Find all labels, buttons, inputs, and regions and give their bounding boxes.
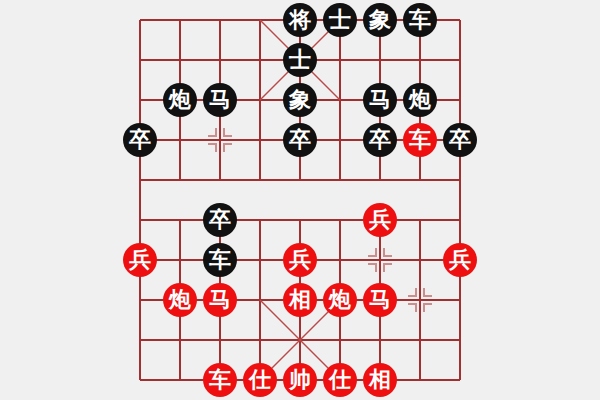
board-point-7-6[interactable]: [400, 240, 440, 280]
board-point-5-1[interactable]: [320, 40, 360, 80]
piece-red-advisor[interactable]: 仕: [323, 363, 357, 397]
board-point-8-4[interactable]: [440, 160, 480, 200]
board-point-6-0[interactable]: 象: [360, 0, 400, 40]
piece-black-chariot[interactable]: 车: [403, 3, 437, 37]
board-point-4-4[interactable]: [280, 160, 320, 200]
board-point-1-2[interactable]: 炮: [160, 80, 200, 120]
board-point-1-1[interactable]: [160, 40, 200, 80]
piece-black-king[interactable]: 将: [283, 3, 317, 37]
piece-red-king[interactable]: 帅: [283, 363, 317, 397]
board-point-3-0[interactable]: [240, 0, 280, 40]
board-point-3-9[interactable]: 仕: [240, 360, 280, 400]
board-point-2-5[interactable]: 卒: [200, 200, 240, 240]
board-point-1-8[interactable]: [160, 320, 200, 360]
board-point-8-1[interactable]: [440, 40, 480, 80]
board-point-2-7[interactable]: 马: [200, 280, 240, 320]
board-point-0-9[interactable]: [120, 360, 160, 400]
piece-red-cannon[interactable]: 炮: [323, 283, 357, 317]
piece-black-horse[interactable]: 马: [203, 83, 237, 117]
board-point-5-5[interactable]: [320, 200, 360, 240]
board-point-1-4[interactable]: [160, 160, 200, 200]
board-point-3-2[interactable]: [240, 80, 280, 120]
board-point-3-3[interactable]: [240, 120, 280, 160]
piece-red-chariot[interactable]: 车: [403, 123, 437, 157]
board-point-4-0[interactable]: 将: [280, 0, 320, 40]
board-point-1-0[interactable]: [160, 0, 200, 40]
board-point-8-6[interactable]: 兵: [440, 240, 480, 280]
board-point-5-0[interactable]: 士: [320, 0, 360, 40]
board-point-6-8[interactable]: [360, 320, 400, 360]
board-point-1-9[interactable]: [160, 360, 200, 400]
board-point-2-6[interactable]: 车: [200, 240, 240, 280]
board-point-8-2[interactable]: [440, 80, 480, 120]
board-point-7-7[interactable]: [400, 280, 440, 320]
board-point-6-6[interactable]: [360, 240, 400, 280]
board-point-5-2[interactable]: [320, 80, 360, 120]
board-point-7-3[interactable]: 车: [400, 120, 440, 160]
piece-red-advisor[interactable]: 仕: [243, 363, 277, 397]
piece-black-cannon[interactable]: 炮: [403, 83, 437, 117]
board-point-0-6[interactable]: 兵: [120, 240, 160, 280]
board-point-2-8[interactable]: [200, 320, 240, 360]
piece-black-advisor[interactable]: 士: [283, 43, 317, 77]
board-point-8-8[interactable]: [440, 320, 480, 360]
board-point-8-0[interactable]: [440, 0, 480, 40]
board-point-6-2[interactable]: 马: [360, 80, 400, 120]
piece-red-horse[interactable]: 马: [203, 283, 237, 317]
piece-black-chariot[interactable]: 车: [203, 243, 237, 277]
piece-red-pawn[interactable]: 兵: [363, 203, 397, 237]
board-point-3-1[interactable]: [240, 40, 280, 80]
board-point-2-4[interactable]: [200, 160, 240, 200]
piece-red-cannon[interactable]: 炮: [163, 283, 197, 317]
board-point-2-9[interactable]: 车: [200, 360, 240, 400]
board-point-3-8[interactable]: [240, 320, 280, 360]
piece-black-advisor[interactable]: 士: [323, 3, 357, 37]
board-point-3-5[interactable]: [240, 200, 280, 240]
board-point-6-9[interactable]: 相: [360, 360, 400, 400]
piece-black-horse[interactable]: 马: [363, 83, 397, 117]
board-point-2-2[interactable]: 马: [200, 80, 240, 120]
board-point-1-5[interactable]: [160, 200, 200, 240]
piece-red-pawn[interactable]: 兵: [123, 243, 157, 277]
board-point-2-0[interactable]: [200, 0, 240, 40]
piece-black-pawn[interactable]: 卒: [283, 123, 317, 157]
board-point-4-9[interactable]: 帅: [280, 360, 320, 400]
piece-red-pawn[interactable]: 兵: [283, 243, 317, 277]
board-point-7-5[interactable]: [400, 200, 440, 240]
board-point-5-4[interactable]: [320, 160, 360, 200]
board-point-6-7[interactable]: 马: [360, 280, 400, 320]
board-point-8-7[interactable]: [440, 280, 480, 320]
piece-black-elephant[interactable]: 象: [283, 83, 317, 117]
board-point-0-2[interactable]: [120, 80, 160, 120]
board-point-5-8[interactable]: [320, 320, 360, 360]
piece-red-horse[interactable]: 马: [363, 283, 397, 317]
piece-red-chariot[interactable]: 车: [203, 363, 237, 397]
board-point-0-1[interactable]: [120, 40, 160, 80]
piece-black-elephant[interactable]: 象: [363, 3, 397, 37]
board-point-2-3[interactable]: [200, 120, 240, 160]
board-point-7-2[interactable]: 炮: [400, 80, 440, 120]
board-point-6-5[interactable]: 兵: [360, 200, 400, 240]
board-point-4-3[interactable]: 卒: [280, 120, 320, 160]
board-point-5-3[interactable]: [320, 120, 360, 160]
board-point-6-4[interactable]: [360, 160, 400, 200]
board-point-5-7[interactable]: 炮: [320, 280, 360, 320]
board-point-7-0[interactable]: 车: [400, 0, 440, 40]
board-point-6-1[interactable]: [360, 40, 400, 80]
piece-black-pawn[interactable]: 卒: [443, 123, 477, 157]
piece-black-pawn[interactable]: 卒: [363, 123, 397, 157]
board-point-0-7[interactable]: [120, 280, 160, 320]
board-point-5-9[interactable]: 仕: [320, 360, 360, 400]
board-point-1-7[interactable]: 炮: [160, 280, 200, 320]
board-point-8-9[interactable]: [440, 360, 480, 400]
board-point-3-6[interactable]: [240, 240, 280, 280]
board-point-0-4[interactable]: [120, 160, 160, 200]
piece-red-pawn[interactable]: 兵: [443, 243, 477, 277]
board-point-4-1[interactable]: 士: [280, 40, 320, 80]
xiangqi-board: 将士象车士炮马象马炮卒卒卒车卒卒兵兵车兵兵炮马相炮马车仕帅仕相: [120, 0, 480, 400]
board-point-0-8[interactable]: [120, 320, 160, 360]
piece-black-pawn[interactable]: 卒: [123, 123, 157, 157]
board-point-3-4[interactable]: [240, 160, 280, 200]
board-point-0-3[interactable]: 卒: [120, 120, 160, 160]
board-point-0-5[interactable]: [120, 200, 160, 240]
board-point-0-0[interactable]: [120, 0, 160, 40]
board-point-7-8[interactable]: [400, 320, 440, 360]
board-point-1-3[interactable]: [160, 120, 200, 160]
board-point-7-4[interactable]: [400, 160, 440, 200]
board-point-6-3[interactable]: 卒: [360, 120, 400, 160]
xiangqi-board-screenshot: 将士象车士炮马象马炮卒卒卒车卒卒兵兵车兵兵炮马相炮马车仕帅仕相: [0, 0, 600, 400]
board-point-8-5[interactable]: [440, 200, 480, 240]
piece-red-elephant[interactable]: 相: [283, 283, 317, 317]
board-point-5-6[interactable]: [320, 240, 360, 280]
piece-black-pawn[interactable]: 卒: [203, 203, 237, 237]
board-point-4-6[interactable]: 兵: [280, 240, 320, 280]
board-point-4-7[interactable]: 相: [280, 280, 320, 320]
piece-black-cannon[interactable]: 炮: [163, 83, 197, 117]
board-point-8-3[interactable]: 卒: [440, 120, 480, 160]
piece-red-elephant[interactable]: 相: [363, 363, 397, 397]
board-point-4-5[interactable]: [280, 200, 320, 240]
board-point-7-1[interactable]: [400, 40, 440, 80]
board-point-7-9[interactable]: [400, 360, 440, 400]
board-point-2-1[interactable]: [200, 40, 240, 80]
board-point-1-6[interactable]: [160, 240, 200, 280]
board-point-4-2[interactable]: 象: [280, 80, 320, 120]
board-point-4-8[interactable]: [280, 320, 320, 360]
board-point-3-7[interactable]: [240, 280, 280, 320]
